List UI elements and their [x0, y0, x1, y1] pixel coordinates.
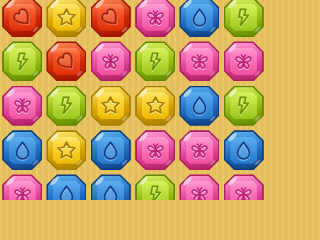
gem-blue-drop[interactable] [179, 0, 219, 37]
gem-blue-drop[interactable] [91, 174, 131, 200]
drop-icon [2, 130, 42, 170]
gem-pink-butterfly[interactable] [179, 130, 219, 170]
gem-pink-butterfly[interactable] [179, 174, 219, 200]
board-cell [177, 84, 221, 128]
star-icon [46, 130, 86, 170]
butterfly-icon [2, 174, 42, 200]
lightning-icon [2, 41, 42, 81]
gem-green-lightning[interactable] [224, 86, 264, 126]
drop-icon [224, 130, 264, 170]
lightning-icon [224, 0, 264, 37]
butterfly-icon [135, 130, 175, 170]
lightning-icon [46, 86, 86, 126]
board-cell [222, 172, 266, 200]
board-cell [177, 0, 221, 39]
board-cell [44, 0, 88, 39]
board-cell [177, 128, 221, 172]
gem-pink-butterfly[interactable] [224, 41, 264, 81]
butterfly-icon [224, 174, 264, 200]
gem-red-heart[interactable] [46, 41, 86, 81]
game-board [0, 0, 266, 200]
gem-yellow-star[interactable] [46, 0, 86, 37]
gem-blue-drop[interactable] [179, 86, 219, 126]
drop-icon [179, 86, 219, 126]
gem-blue-drop[interactable] [46, 174, 86, 200]
board-cell [222, 39, 266, 83]
board-cell [0, 172, 44, 200]
butterfly-icon [224, 41, 264, 81]
gem-yellow-star[interactable] [91, 86, 131, 126]
gem-red-heart[interactable] [91, 0, 131, 37]
drop-icon [91, 174, 131, 200]
board-cell [0, 39, 44, 83]
gem-green-lightning[interactable] [135, 174, 175, 200]
gem-pink-butterfly[interactable] [135, 130, 175, 170]
board-cell [89, 172, 133, 200]
gem-pink-butterfly[interactable] [2, 86, 42, 126]
gem-pink-butterfly[interactable] [91, 41, 131, 81]
board-cell [133, 84, 177, 128]
heart-icon [2, 0, 42, 37]
board-cell [44, 172, 88, 200]
gem-green-lightning[interactable] [2, 41, 42, 81]
gem-pink-butterfly[interactable] [179, 41, 219, 81]
board-cell [177, 172, 221, 200]
lightning-icon [135, 41, 175, 81]
board-cell [0, 0, 44, 39]
heart-icon [46, 41, 86, 81]
gem-blue-drop[interactable] [91, 130, 131, 170]
drop-icon [46, 174, 86, 200]
drop-icon [179, 0, 219, 37]
board-cell [89, 0, 133, 39]
butterfly-icon [135, 0, 175, 37]
gem-green-lightning[interactable] [224, 0, 264, 37]
heart-icon [91, 0, 131, 37]
gem-pink-butterfly[interactable] [135, 0, 175, 37]
board-cell [44, 84, 88, 128]
gem-green-lightning[interactable] [135, 41, 175, 81]
board-cell [133, 0, 177, 39]
gem-blue-drop[interactable] [224, 130, 264, 170]
gem-pink-butterfly[interactable] [2, 174, 42, 200]
gem-blue-drop[interactable] [2, 130, 42, 170]
board-cell [0, 128, 44, 172]
board-cell [222, 128, 266, 172]
gem-yellow-star[interactable] [46, 130, 86, 170]
board-cell [89, 84, 133, 128]
gem-pink-butterfly[interactable] [224, 174, 264, 200]
board-cell [177, 39, 221, 83]
butterfly-icon [2, 86, 42, 126]
gem-yellow-star[interactable] [135, 86, 175, 126]
drop-icon [91, 130, 131, 170]
board-cell [133, 172, 177, 200]
board-cell [133, 39, 177, 83]
star-icon [91, 86, 131, 126]
board-cell [44, 39, 88, 83]
lightning-icon [224, 86, 264, 126]
butterfly-icon [91, 41, 131, 81]
board-cell [44, 128, 88, 172]
board-cell [89, 39, 133, 83]
board-cell [89, 128, 133, 172]
board-cell [222, 84, 266, 128]
butterfly-icon [179, 130, 219, 170]
board-cell [133, 128, 177, 172]
gem-red-heart[interactable] [2, 0, 42, 37]
lightning-icon [135, 174, 175, 200]
star-icon [46, 0, 86, 37]
board-cell [0, 84, 44, 128]
butterfly-icon [179, 174, 219, 200]
butterfly-icon [179, 41, 219, 81]
gem-green-lightning[interactable] [46, 86, 86, 126]
board-cell [222, 0, 266, 39]
star-icon [135, 86, 175, 126]
